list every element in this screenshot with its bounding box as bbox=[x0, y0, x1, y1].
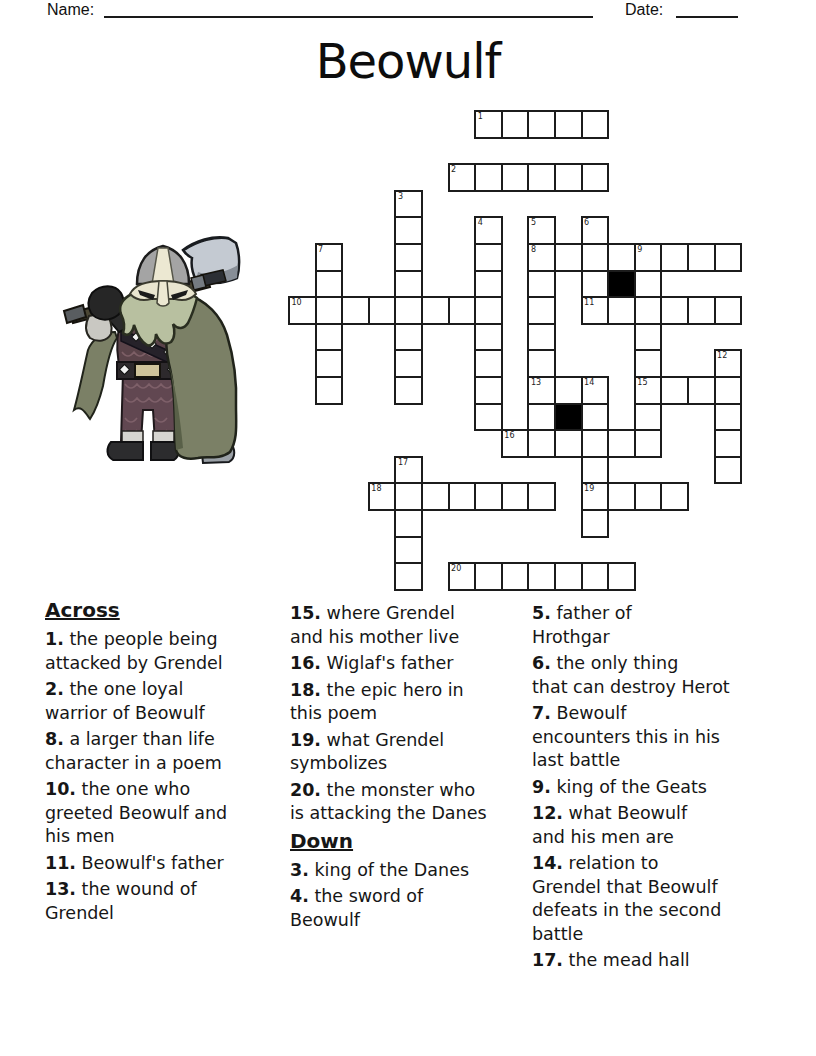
grid-cell[interactable] bbox=[527, 403, 556, 432]
clue-11: 11. Beowulf's father bbox=[45, 852, 287, 876]
grid-cell[interactable]: 3 bbox=[394, 190, 423, 219]
worksheet-page: Name: Date: Beowulf bbox=[0, 0, 816, 1056]
clue-number: 9. bbox=[532, 777, 551, 797]
grid-cell[interactable]: 13 bbox=[527, 376, 556, 405]
grid-cell[interactable] bbox=[714, 403, 743, 432]
grid-cell[interactable] bbox=[554, 243, 583, 272]
clue-6: 6. the only thing that can destroy Herot bbox=[532, 652, 782, 699]
axe-band bbox=[191, 275, 206, 290]
grid-cell[interactable] bbox=[527, 296, 556, 325]
clue-number-label: 11 bbox=[584, 298, 594, 307]
grid-cell[interactable]: 10 bbox=[288, 296, 317, 325]
clue-number: 11. bbox=[45, 853, 76, 873]
clue-text: the only thing that can destroy Herot bbox=[532, 653, 730, 697]
clue-number: 6. bbox=[532, 653, 551, 673]
grid-cell[interactable] bbox=[527, 482, 556, 511]
grid-cell[interactable]: 4 bbox=[474, 216, 503, 245]
clue-number-label: 10 bbox=[292, 298, 302, 307]
grid-cell[interactable] bbox=[660, 296, 689, 325]
grid-cell[interactable]: 18 bbox=[368, 482, 397, 511]
nose-guard bbox=[157, 281, 169, 306]
grid-cell[interactable] bbox=[634, 323, 663, 352]
grid-cell[interactable] bbox=[687, 243, 716, 272]
clue-3: 3. king of the Danes bbox=[290, 859, 528, 883]
grid-cell[interactable]: 19 bbox=[581, 482, 610, 511]
grid-cell[interactable] bbox=[634, 349, 663, 378]
clue-number-label: 3 bbox=[398, 192, 403, 201]
grid-cell[interactable] bbox=[394, 296, 423, 325]
clue-text: the mead hall bbox=[563, 950, 690, 970]
clue-15: 15. where Grendel and his mother live bbox=[290, 602, 528, 649]
clue-column-3: 5. father of Hrothgar6. the only thing t… bbox=[532, 602, 782, 976]
grid-cell[interactable]: 14 bbox=[581, 376, 610, 405]
clue-text: king of the Geats bbox=[551, 777, 707, 797]
clue-number: 2. bbox=[45, 679, 64, 699]
grid-cell[interactable] bbox=[634, 403, 663, 432]
grid-cell[interactable]: 16 bbox=[501, 429, 530, 458]
grid-cell[interactable] bbox=[581, 243, 610, 272]
grid-cell[interactable] bbox=[714, 296, 743, 325]
grid-cell[interactable] bbox=[421, 482, 450, 511]
clue-number-label: 20 bbox=[451, 564, 461, 573]
grid-cell[interactable]: 17 bbox=[394, 456, 423, 485]
clue-4: 4. the sword of Beowulf bbox=[290, 885, 528, 932]
grid-cell[interactable] bbox=[474, 296, 503, 325]
viking-illustration bbox=[55, 220, 285, 480]
grid-cell[interactable] bbox=[315, 349, 344, 378]
grid-cell[interactable] bbox=[581, 456, 610, 485]
clue-number: 10. bbox=[45, 779, 76, 799]
grid-cell[interactable] bbox=[527, 323, 556, 352]
grid-cell[interactable] bbox=[527, 110, 556, 139]
clue-number: 3. bbox=[290, 860, 309, 880]
grid-cell[interactable] bbox=[687, 296, 716, 325]
clue-number: 17. bbox=[532, 950, 563, 970]
grid-cell[interactable] bbox=[421, 296, 450, 325]
clue-number: 16. bbox=[290, 653, 321, 673]
clue-number-label: 2 bbox=[451, 165, 456, 174]
crossword-grid: 1234567891011121314151617181920 bbox=[288, 110, 744, 592]
grid-cell[interactable] bbox=[554, 110, 583, 139]
name-label: Name: bbox=[47, 1, 94, 19]
grid-cell[interactable] bbox=[341, 296, 370, 325]
clue-number-label: 14 bbox=[584, 378, 594, 387]
clue-number: 12. bbox=[532, 803, 563, 823]
clue-13: 13. the wound of Grendel bbox=[45, 878, 287, 925]
clue-number-label: 7 bbox=[318, 245, 323, 254]
grid-cell[interactable] bbox=[660, 243, 689, 272]
clue-number: 14. bbox=[532, 853, 563, 873]
grid-cell[interactable]: 1 bbox=[474, 110, 503, 139]
grid-cell[interactable] bbox=[554, 429, 583, 458]
grid-cell[interactable]: 7 bbox=[315, 243, 344, 272]
grid-cell[interactable] bbox=[554, 376, 583, 405]
grid-cell[interactable] bbox=[394, 270, 423, 299]
grid-cell[interactable] bbox=[634, 482, 663, 511]
clue-number-label: 5 bbox=[531, 218, 536, 227]
clue-18: 18. the epic hero in this poem bbox=[290, 679, 528, 726]
grid-cell[interactable] bbox=[474, 163, 503, 192]
grid-cell[interactable] bbox=[554, 163, 583, 192]
grid-cell[interactable] bbox=[474, 403, 503, 432]
grid-cell[interactable] bbox=[527, 270, 556, 299]
grid-cell[interactable] bbox=[394, 562, 423, 591]
clue-text: Bewoulf encounters this in his last batt… bbox=[532, 703, 720, 770]
clue-number: 5. bbox=[532, 603, 551, 623]
clue-17: 17. the mead hall bbox=[532, 949, 782, 973]
grid-cell[interactable] bbox=[501, 163, 530, 192]
clue-8: 8. a larger than life character in a poe… bbox=[45, 728, 287, 775]
grid-cell[interactable] bbox=[554, 562, 583, 591]
clue-number-label: 9 bbox=[637, 245, 642, 254]
clue-number-label: 17 bbox=[398, 458, 408, 467]
grid-cell[interactable] bbox=[315, 376, 344, 405]
clue-number-label: 15 bbox=[637, 378, 647, 387]
grid-cell[interactable] bbox=[394, 482, 423, 511]
grid-cell[interactable] bbox=[394, 323, 423, 352]
grid-cell[interactable] bbox=[315, 296, 344, 325]
clue-9: 9. king of the Geats bbox=[532, 776, 782, 800]
grid-cell[interactable] bbox=[474, 349, 503, 378]
clue-text: the people being attacked by Grendel bbox=[45, 629, 223, 673]
grid-cell[interactable]: 9 bbox=[634, 243, 663, 272]
grid-cell[interactable] bbox=[394, 243, 423, 272]
grid-black-cell bbox=[607, 270, 636, 299]
clues-heading-across: Across bbox=[45, 598, 287, 622]
grid-cell[interactable] bbox=[501, 562, 530, 591]
clue-number: 8. bbox=[45, 729, 64, 749]
grid-cell[interactable] bbox=[501, 110, 530, 139]
grid-cell[interactable] bbox=[474, 323, 503, 352]
clue-text: Beowulf's father bbox=[76, 853, 224, 873]
grid-cell[interactable] bbox=[474, 270, 503, 299]
left-shoe bbox=[107, 442, 143, 460]
grid-cell[interactable] bbox=[448, 296, 477, 325]
grid-cell[interactable] bbox=[394, 509, 423, 538]
clue-number: 18. bbox=[290, 680, 321, 700]
name-blank-line[interactable] bbox=[104, 16, 593, 18]
grid-cell[interactable] bbox=[581, 270, 610, 299]
grid-cell[interactable] bbox=[527, 163, 556, 192]
grid-cell[interactable] bbox=[581, 509, 610, 538]
clue-number: 19. bbox=[290, 730, 321, 750]
grid-cell[interactable] bbox=[607, 562, 636, 591]
page-title: Beowulf bbox=[0, 33, 816, 89]
clue-number-label: 12 bbox=[717, 351, 727, 360]
grid-cell[interactable]: 15 bbox=[634, 376, 663, 405]
grid-cell[interactable] bbox=[714, 456, 743, 485]
clue-number: 1. bbox=[45, 629, 64, 649]
grid-cell[interactable] bbox=[394, 376, 423, 405]
grid-cell[interactable] bbox=[315, 270, 344, 299]
grid-cell[interactable] bbox=[607, 296, 636, 325]
clue-text: the sword of Beowulf bbox=[290, 886, 423, 930]
clue-column-1: Across1. the people being attacked by Gr… bbox=[45, 598, 287, 928]
grid-cell[interactable] bbox=[714, 243, 743, 272]
glove bbox=[88, 286, 123, 319]
cape-left bbox=[74, 332, 117, 419]
grid-cell[interactable] bbox=[607, 429, 636, 458]
grid-cell[interactable] bbox=[527, 429, 556, 458]
grid-cell[interactable] bbox=[394, 349, 423, 378]
grid-cell[interactable] bbox=[394, 216, 423, 245]
grid-cell[interactable] bbox=[660, 376, 689, 405]
grid-cell[interactable] bbox=[474, 376, 503, 405]
grid-cell[interactable]: 12 bbox=[714, 349, 743, 378]
clue-16: 16. Wiglaf's father bbox=[290, 652, 528, 676]
clue-number: 15. bbox=[290, 603, 321, 623]
date-blank-line[interactable] bbox=[676, 16, 738, 18]
belt-buckle bbox=[135, 364, 160, 377]
clue-text: Wiglaf's father bbox=[321, 653, 454, 673]
clue-2: 2. the one loyal warrior of Beowulf bbox=[45, 678, 287, 725]
grid-cell[interactable] bbox=[660, 482, 689, 511]
grid-cell[interactable] bbox=[581, 163, 610, 192]
grid-black-cell bbox=[554, 403, 583, 432]
grid-cell[interactable] bbox=[634, 429, 663, 458]
grid-cell[interactable] bbox=[474, 482, 503, 511]
grid-cell[interactable] bbox=[474, 243, 503, 272]
grid-cell[interactable] bbox=[581, 110, 610, 139]
clue-number-label: 16 bbox=[504, 431, 514, 440]
clue-column-2: 15. where Grendel and his mother live16.… bbox=[290, 602, 528, 935]
clue-number: 4. bbox=[290, 886, 309, 906]
grid-cell[interactable]: 11 bbox=[581, 296, 610, 325]
grid-cell[interactable] bbox=[634, 270, 663, 299]
grid-cell[interactable] bbox=[607, 243, 636, 272]
clue-19: 19. what Grendel symbolizes bbox=[290, 729, 528, 776]
clue-20: 20. the monster who is attacking the Dan… bbox=[290, 779, 528, 826]
grid-cell[interactable] bbox=[714, 429, 743, 458]
clue-number: 20. bbox=[290, 780, 321, 800]
clue-1: 1. the people being attacked by Grendel bbox=[45, 628, 287, 675]
clue-10: 10. the one who greeted Beowulf and his … bbox=[45, 778, 287, 849]
grid-cell[interactable] bbox=[607, 482, 636, 511]
clue-number-label: 6 bbox=[584, 218, 589, 227]
clue-number-label: 1 bbox=[478, 112, 483, 121]
clue-text: a larger than life character in a poem bbox=[45, 729, 222, 773]
clue-text: king of the Danes bbox=[309, 860, 469, 880]
grid-cell[interactable] bbox=[501, 482, 530, 511]
grid-cell[interactable] bbox=[527, 349, 556, 378]
grid-cell[interactable]: 8 bbox=[527, 243, 556, 272]
grid-cell[interactable] bbox=[368, 296, 397, 325]
grid-cell[interactable]: 6 bbox=[581, 216, 610, 245]
clue-text: the one loyal warrior of Beowulf bbox=[45, 679, 205, 723]
grid-cell[interactable] bbox=[581, 429, 610, 458]
grid-cell[interactable] bbox=[581, 403, 610, 432]
clues-heading-down: Down bbox=[290, 829, 528, 853]
grid-cell[interactable] bbox=[581, 562, 610, 591]
clue-14: 14. relation to Grendel that Beowulf def… bbox=[532, 852, 782, 946]
clue-7: 7. Bewoulf encounters this in his last b… bbox=[532, 702, 782, 773]
clue-5: 5. father of Hrothgar bbox=[532, 602, 782, 649]
grid-cell[interactable] bbox=[315, 323, 344, 352]
grid-cell[interactable] bbox=[714, 376, 743, 405]
grid-cell[interactable]: 20 bbox=[448, 562, 477, 591]
grid-cell[interactable] bbox=[448, 482, 477, 511]
grid-cell[interactable] bbox=[687, 376, 716, 405]
clue-number-label: 19 bbox=[584, 484, 594, 493]
clue-number-label: 13 bbox=[531, 378, 541, 387]
clue-number-label: 18 bbox=[371, 484, 381, 493]
grid-cell[interactable] bbox=[474, 562, 503, 591]
clue-number-label: 4 bbox=[478, 218, 483, 227]
grid-cell[interactable]: 2 bbox=[448, 163, 477, 192]
grid-cell[interactable] bbox=[527, 562, 556, 591]
clue-number: 13. bbox=[45, 879, 76, 899]
clue-number-label: 8 bbox=[531, 245, 536, 254]
date-label: Date: bbox=[625, 1, 663, 19]
grid-cell[interactable]: 5 bbox=[527, 216, 556, 245]
grid-cell[interactable] bbox=[634, 296, 663, 325]
grid-cell[interactable] bbox=[394, 536, 423, 565]
clue-12: 12. what Beowulf and his men are bbox=[532, 802, 782, 849]
clue-number: 7. bbox=[532, 703, 551, 723]
